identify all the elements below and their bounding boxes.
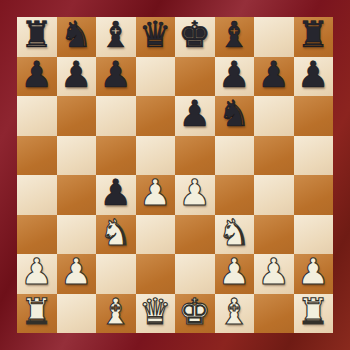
square-a4[interactable] <box>17 175 57 215</box>
square-h6[interactable] <box>294 96 334 136</box>
square-e7[interactable] <box>175 57 215 97</box>
square-b2[interactable]: ♟ <box>57 254 97 294</box>
square-a6[interactable] <box>17 96 57 136</box>
square-h2[interactable]: ♟ <box>294 254 334 294</box>
square-h1[interactable]: ♜ <box>294 294 334 334</box>
square-d5[interactable] <box>136 136 176 176</box>
square-d4[interactable]: ♟ <box>136 175 176 215</box>
white-bishop: ♝ <box>218 294 250 333</box>
square-d8[interactable]: ♛ <box>136 17 176 57</box>
square-f5[interactable] <box>215 136 255 176</box>
square-d1[interactable]: ♛ <box>136 294 176 334</box>
board-frame: ♜♞♝♛♚♝♜♟♟♟♟♟♟♟♞♟♟♟♞♞♟♟♟♟♟♜♝♛♚♝♜ <box>0 0 350 350</box>
white-king: ♚ <box>179 294 211 333</box>
square-b3[interactable] <box>57 215 97 255</box>
white-pawn: ♟ <box>21 254 53 293</box>
square-e4[interactable]: ♟ <box>175 175 215 215</box>
square-e3[interactable] <box>175 215 215 255</box>
white-rook: ♜ <box>21 294 53 333</box>
white-queen: ♛ <box>139 294 171 333</box>
square-e5[interactable] <box>175 136 215 176</box>
square-g8[interactable] <box>254 17 294 57</box>
black-queen: ♛ <box>139 17 171 56</box>
square-a5[interactable] <box>17 136 57 176</box>
square-d7[interactable] <box>136 57 176 97</box>
square-d6[interactable] <box>136 96 176 136</box>
white-pawn: ♟ <box>297 254 329 293</box>
square-b1[interactable] <box>57 294 97 334</box>
square-e8[interactable]: ♚ <box>175 17 215 57</box>
square-a8[interactable]: ♜ <box>17 17 57 57</box>
white-rook: ♜ <box>297 294 329 333</box>
square-a3[interactable] <box>17 215 57 255</box>
square-f2[interactable]: ♟ <box>215 254 255 294</box>
black-pawn: ♟ <box>297 57 329 96</box>
square-b6[interactable] <box>57 96 97 136</box>
chess-board: ♜♞♝♛♚♝♜♟♟♟♟♟♟♟♞♟♟♟♞♞♟♟♟♟♟♜♝♛♚♝♜ <box>17 17 333 333</box>
square-c8[interactable]: ♝ <box>96 17 136 57</box>
black-bishop: ♝ <box>218 17 250 56</box>
square-c6[interactable] <box>96 96 136 136</box>
square-a2[interactable]: ♟ <box>17 254 57 294</box>
square-b4[interactable] <box>57 175 97 215</box>
black-king: ♚ <box>179 17 211 56</box>
white-pawn: ♟ <box>179 175 211 214</box>
black-knight: ♞ <box>60 17 92 56</box>
black-pawn: ♟ <box>258 57 290 96</box>
square-b7[interactable]: ♟ <box>57 57 97 97</box>
square-c2[interactable] <box>96 254 136 294</box>
white-bishop: ♝ <box>100 294 132 333</box>
black-pawn: ♟ <box>100 57 132 96</box>
square-h8[interactable]: ♜ <box>294 17 334 57</box>
square-h3[interactable] <box>294 215 334 255</box>
square-f7[interactable]: ♟ <box>215 57 255 97</box>
black-pawn: ♟ <box>100 175 132 214</box>
black-pawn: ♟ <box>179 96 211 135</box>
square-c4[interactable]: ♟ <box>96 175 136 215</box>
black-knight: ♞ <box>218 96 250 135</box>
square-f6[interactable]: ♞ <box>215 96 255 136</box>
black-pawn: ♟ <box>21 57 53 96</box>
square-h5[interactable] <box>294 136 334 176</box>
square-c1[interactable]: ♝ <box>96 294 136 334</box>
square-f3[interactable]: ♞ <box>215 215 255 255</box>
square-h4[interactable] <box>294 175 334 215</box>
square-g6[interactable] <box>254 96 294 136</box>
square-f1[interactable]: ♝ <box>215 294 255 334</box>
white-knight: ♞ <box>218 215 250 254</box>
black-rook: ♜ <box>21 17 53 56</box>
square-e2[interactable] <box>175 254 215 294</box>
square-g4[interactable] <box>254 175 294 215</box>
square-g3[interactable] <box>254 215 294 255</box>
square-g1[interactable] <box>254 294 294 334</box>
square-d3[interactable] <box>136 215 176 255</box>
black-pawn: ♟ <box>218 57 250 96</box>
square-e1[interactable]: ♚ <box>175 294 215 334</box>
square-g2[interactable]: ♟ <box>254 254 294 294</box>
square-b5[interactable] <box>57 136 97 176</box>
square-b8[interactable]: ♞ <box>57 17 97 57</box>
white-knight: ♞ <box>100 215 132 254</box>
black-bishop: ♝ <box>100 17 132 56</box>
square-d2[interactable] <box>136 254 176 294</box>
square-e6[interactable]: ♟ <box>175 96 215 136</box>
white-pawn: ♟ <box>258 254 290 293</box>
square-g5[interactable] <box>254 136 294 176</box>
square-a1[interactable]: ♜ <box>17 294 57 334</box>
square-a7[interactable]: ♟ <box>17 57 57 97</box>
square-g7[interactable]: ♟ <box>254 57 294 97</box>
square-c5[interactable] <box>96 136 136 176</box>
black-pawn: ♟ <box>60 57 92 96</box>
square-c3[interactable]: ♞ <box>96 215 136 255</box>
white-pawn: ♟ <box>218 254 250 293</box>
white-pawn: ♟ <box>139 175 171 214</box>
white-pawn: ♟ <box>60 254 92 293</box>
square-f8[interactable]: ♝ <box>215 17 255 57</box>
black-rook: ♜ <box>297 17 329 56</box>
square-h7[interactable]: ♟ <box>294 57 334 97</box>
square-f4[interactable] <box>215 175 255 215</box>
square-c7[interactable]: ♟ <box>96 57 136 97</box>
